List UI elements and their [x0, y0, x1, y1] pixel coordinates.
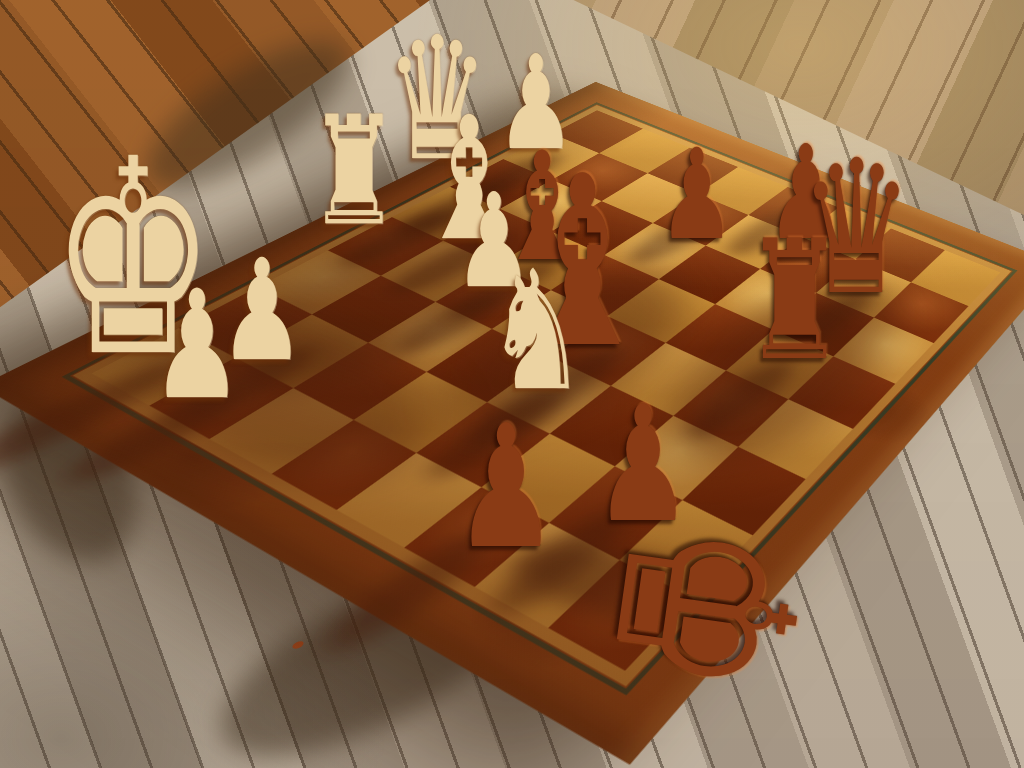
piece-white-rook[interactable]: ♜	[303, 96, 405, 246]
piece-black-rook[interactable]: ♜	[738, 219, 850, 384]
piece-black-king[interactable]: ♚	[573, 496, 837, 720]
piece-black-pawn-b4[interactable]: ♟	[654, 132, 739, 257]
piece-black-pawn-h6[interactable]: ♟	[448, 402, 564, 572]
piece-white-pawn-h2[interactable]: ♟	[146, 270, 248, 420]
outdoor-chess-scene: ♚♛♜♝♞♟♟♟♟♚♛♜♝♝♟♟♟♟	[0, 0, 1024, 768]
